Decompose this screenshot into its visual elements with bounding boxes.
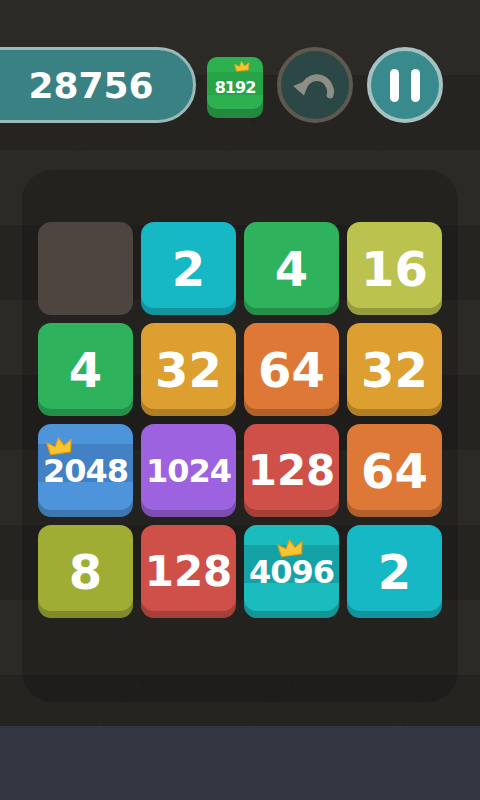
crown-icon	[276, 536, 305, 559]
best-tile-value: 8192	[215, 78, 256, 97]
tile-128: 128	[141, 525, 236, 618]
tile-64: 64	[347, 424, 442, 517]
tile-value: 16	[361, 245, 428, 293]
tile-value: 1024	[146, 455, 231, 487]
score-pill: 28756	[0, 47, 196, 123]
undo-arrow-icon	[290, 60, 340, 110]
game-board[interactable]: 24164326432 20481024128648128 40962	[22, 170, 458, 702]
tile-value: 4	[275, 245, 308, 293]
tile-value: 32	[361, 346, 428, 394]
tile-value: 4	[69, 346, 102, 394]
tile-value: 2	[172, 245, 205, 293]
tile-1024: 1024	[141, 424, 236, 517]
tile-value: 4096	[249, 556, 334, 588]
tile-32: 32	[347, 323, 442, 416]
tile-4: 4	[244, 222, 339, 315]
tile-32: 32	[141, 323, 236, 416]
tile-2: 2	[347, 525, 442, 618]
pause-icon	[390, 69, 420, 102]
tile-2048: 2048	[38, 424, 133, 517]
pause-button[interactable]	[367, 47, 443, 123]
ad-banner[interactable]: Тормозит телефон? Очистите его от вирусо…	[0, 726, 480, 800]
board-grid: 24164326432 20481024128648128 40962	[38, 222, 442, 618]
score-value: 28756	[0, 65, 154, 106]
tile-value: 64	[258, 346, 325, 394]
tile-value: 32	[155, 346, 222, 394]
tile-empty	[38, 222, 133, 315]
tile-value: 128	[145, 551, 233, 593]
tile-4: 4	[38, 323, 133, 416]
undo-button[interactable]	[277, 47, 353, 123]
tile-value: 64	[361, 447, 428, 495]
best-tile-badge: 8192	[207, 57, 263, 118]
tile-2: 2	[141, 222, 236, 315]
tile-16: 16	[347, 222, 442, 315]
tile-64: 64	[244, 323, 339, 416]
tile-8: 8	[38, 525, 133, 618]
tile-value: 2	[378, 548, 411, 596]
tile-128: 128	[244, 424, 339, 517]
tile-4096: 4096	[244, 525, 339, 618]
crown-icon	[45, 434, 74, 457]
tile-value: 128	[248, 450, 336, 492]
crown-icon	[233, 59, 250, 73]
tile-value: 8	[69, 548, 102, 596]
tile-value: 2048	[43, 455, 128, 487]
